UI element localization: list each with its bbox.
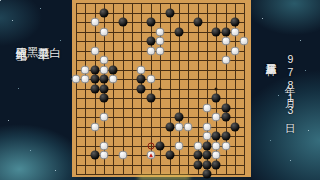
black-stone <box>146 94 155 103</box>
subtitle-glow <box>138 175 190 180</box>
black-stone <box>100 75 109 84</box>
black-stone <box>193 18 202 27</box>
white-stone <box>156 27 165 36</box>
ko-circle-marker <box>147 142 154 149</box>
black-stone <box>221 103 230 112</box>
black-stone <box>156 141 165 150</box>
white-stone <box>221 37 230 46</box>
black-stone <box>174 113 183 122</box>
star-point <box>159 87 162 90</box>
black-stone <box>165 8 174 17</box>
white-stone <box>212 141 221 150</box>
black-player-credit: 黑依田纪基 <box>15 38 38 48</box>
black-stone <box>202 151 211 160</box>
grid-line-v <box>244 3 245 175</box>
black-stone <box>90 84 99 93</box>
black-stone <box>109 65 118 74</box>
black-stone <box>202 141 211 150</box>
black-stone <box>146 18 155 27</box>
black-stone <box>221 113 230 122</box>
black-stone <box>230 18 239 27</box>
white-stone <box>202 103 211 112</box>
go-board <box>72 0 251 177</box>
black-stone <box>202 160 211 169</box>
game-date: 97年8月13日 <box>285 53 296 117</box>
black-stone <box>212 132 221 141</box>
grid-line-v <box>188 3 189 175</box>
white-stone <box>221 56 230 65</box>
white-stone <box>137 65 146 74</box>
white-stone <box>212 151 221 160</box>
white-stone <box>174 122 183 131</box>
white-stone <box>90 122 99 131</box>
broadcast-frame: 黑依田纪基 白聂卫平 97年8月13日 第二届三星杯 <box>0 0 320 180</box>
white-stone <box>100 27 109 36</box>
white-stone <box>202 122 211 131</box>
black-stone <box>212 27 221 36</box>
white-stone <box>230 46 239 55</box>
black-stone <box>230 122 239 131</box>
white-stone <box>100 141 109 150</box>
black-stone <box>118 18 127 27</box>
white-stone <box>146 75 155 84</box>
white-stone <box>156 46 165 55</box>
grid-line-v <box>170 3 171 175</box>
white-stone <box>240 37 249 46</box>
white-stone <box>109 75 118 84</box>
white-player-name: 聂卫平 <box>38 38 50 41</box>
black-stone <box>212 160 221 169</box>
black-stone <box>165 122 174 131</box>
white-stone <box>100 65 109 74</box>
white-stone <box>118 151 127 160</box>
white-stone <box>90 46 99 55</box>
black-stone <box>202 170 211 179</box>
grid-line-h <box>76 127 245 128</box>
white-stone <box>221 141 230 150</box>
black-stone <box>174 27 183 36</box>
event-name: 第二届三星杯 <box>266 55 277 58</box>
black-stone <box>221 132 230 141</box>
black-player-name: 依田纪基 <box>16 38 28 42</box>
black-stone <box>100 94 109 103</box>
white-label: 白 <box>49 38 61 39</box>
white-stone <box>100 113 109 122</box>
black-stone <box>90 65 99 74</box>
white-player-credit: 白聂卫平 <box>37 38 60 48</box>
black-stone <box>100 84 109 93</box>
white-stone <box>90 18 99 27</box>
white-stone <box>230 27 239 36</box>
black-stone <box>165 151 174 160</box>
white-stone <box>156 37 165 46</box>
white-stone <box>193 141 202 150</box>
star-point <box>215 87 218 90</box>
white-stone <box>81 65 90 74</box>
white-stone <box>212 113 221 122</box>
black-stone <box>193 151 202 160</box>
black-stone <box>90 75 99 84</box>
white-stone <box>100 151 109 160</box>
last-move-triangle-marker <box>149 154 153 158</box>
white-stone <box>202 132 211 141</box>
white-stone <box>72 75 81 84</box>
white-stone <box>146 46 155 55</box>
grid-line-h <box>76 108 245 109</box>
white-stone <box>100 56 109 65</box>
black-stone <box>137 75 146 84</box>
white-stone <box>184 122 193 131</box>
black-stone <box>146 37 155 46</box>
black-stone <box>137 84 146 93</box>
black-stone <box>221 27 230 36</box>
white-stone <box>174 141 183 150</box>
black-stone <box>100 8 109 17</box>
black-stone <box>90 151 99 160</box>
black-stone <box>212 94 221 103</box>
black-stone <box>193 160 202 169</box>
white-stone <box>81 75 90 84</box>
